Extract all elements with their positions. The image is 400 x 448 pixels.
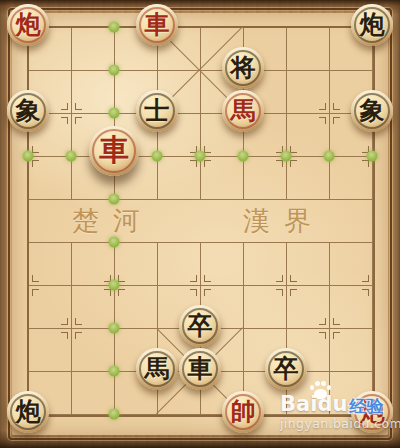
point-marker (190, 275, 197, 282)
point-marker (61, 103, 68, 110)
piece-character: 炮 (16, 11, 41, 36)
baidu-paw-icon (310, 381, 332, 399)
baidu-logo-jingyan: 经验 (349, 398, 383, 415)
baidu-logo: Bai du 经验 (280, 394, 400, 415)
piece-character: 車 (188, 355, 213, 380)
point-marker (319, 318, 326, 325)
move-hint-dot[interactable] (66, 151, 77, 162)
point-marker (333, 332, 340, 339)
baidu-jingyan-watermark: Bai du 经验 jingyan.baidu.com (280, 394, 400, 431)
point-marker (333, 117, 340, 124)
point-marker (75, 103, 82, 110)
move-hint-dot[interactable] (109, 22, 120, 33)
piece-black-soldier[interactable]: 卒 (265, 348, 307, 390)
piece-black-elephant[interactable]: 象 (7, 90, 49, 132)
move-hint-dot[interactable] (195, 151, 206, 162)
xiangqi-board: 楚河 漢界 炮車炮将象士馬象車卒馬車卒炮帥炮 Bai du 经验 jingyan… (0, 0, 400, 448)
point-marker (290, 146, 297, 153)
point-marker (61, 117, 68, 124)
move-hint-dot[interactable] (109, 323, 120, 334)
point-marker (204, 289, 211, 296)
move-hint-dot[interactable] (109, 409, 120, 420)
piece-red-horse[interactable]: 馬 (222, 90, 264, 132)
move-hint-dot[interactable] (109, 108, 120, 119)
point-marker (276, 275, 283, 282)
piece-black-general[interactable]: 将 (222, 47, 264, 89)
piece-black-chariot[interactable]: 車 (179, 348, 221, 390)
move-hint-dot[interactable] (109, 237, 120, 248)
move-hint-dot[interactable] (367, 151, 378, 162)
point-marker (204, 275, 211, 282)
point-marker (75, 318, 82, 325)
piece-character: 象 (16, 97, 41, 122)
move-hint-dot[interactable] (109, 366, 120, 377)
point-marker (190, 160, 197, 167)
move-hint-dot[interactable] (238, 151, 249, 162)
river-label-chu-he: 楚河 (72, 203, 154, 239)
piece-black-horse[interactable]: 馬 (136, 348, 178, 390)
point-marker (104, 289, 111, 296)
point-marker (190, 289, 197, 296)
move-hint-dot[interactable] (109, 65, 120, 76)
move-hint-dot[interactable] (324, 151, 335, 162)
piece-character: 車 (99, 135, 129, 165)
river-label-han-jie: 漢界 (243, 203, 325, 239)
point-marker (204, 146, 211, 153)
piece-black-soldier[interactable]: 卒 (179, 305, 221, 347)
point-marker (75, 117, 82, 124)
watermark-url: jingyan.baidu.com (280, 418, 400, 431)
point-marker (362, 160, 369, 167)
move-hint-dot[interactable] (109, 280, 120, 291)
point-marker (319, 332, 326, 339)
point-marker (61, 332, 68, 339)
piece-character: 将 (231, 54, 256, 79)
point-marker (276, 160, 283, 167)
point-marker (319, 117, 326, 124)
piece-character: 馬 (145, 355, 170, 380)
point-marker (118, 289, 125, 296)
piece-character: 馬 (231, 97, 256, 122)
point-marker (290, 275, 297, 282)
piece-red-chariot[interactable]: 車 (136, 4, 178, 46)
point-marker (32, 275, 39, 282)
point-marker (276, 289, 283, 296)
piece-character: 炮 (360, 11, 385, 36)
move-hint-dot[interactable] (281, 151, 292, 162)
point-marker (32, 160, 39, 167)
point-marker (333, 103, 340, 110)
point-marker (333, 318, 340, 325)
point-marker (362, 289, 369, 296)
piece-character: 帥 (231, 398, 256, 423)
point-marker (204, 160, 211, 167)
piece-red-general[interactable]: 帥 (222, 391, 264, 433)
piece-black-elephant[interactable]: 象 (351, 90, 393, 132)
piece-character: 炮 (16, 398, 41, 423)
point-marker (362, 275, 369, 282)
piece-black-cannon[interactable]: 炮 (351, 4, 393, 46)
point-marker (75, 332, 82, 339)
point-marker (290, 160, 297, 167)
move-hint-dot[interactable] (152, 151, 163, 162)
piece-character: 車 (145, 11, 170, 36)
piece-red-chariot[interactable]: 車 (89, 126, 139, 176)
point-marker (32, 289, 39, 296)
piece-red-cannon[interactable]: 炮 (7, 4, 49, 46)
piece-black-cannon[interactable]: 炮 (7, 391, 49, 433)
point-marker (61, 318, 68, 325)
piece-character: 卒 (188, 312, 213, 337)
point-marker (32, 146, 39, 153)
point-marker (290, 289, 297, 296)
move-hint-dot[interactable] (23, 151, 34, 162)
piece-character: 卒 (274, 355, 299, 380)
piece-character: 象 (360, 97, 385, 122)
move-hint-dot[interactable] (109, 194, 120, 205)
piece-black-advisor[interactable]: 士 (136, 90, 178, 132)
piece-character: 士 (145, 97, 170, 122)
point-marker (319, 103, 326, 110)
point-marker (118, 275, 125, 282)
